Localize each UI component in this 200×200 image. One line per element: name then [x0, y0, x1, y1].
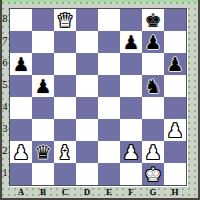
- file-label-a: A: [10, 187, 32, 198]
- square-d4[interactable]: [76, 97, 98, 119]
- square-h2[interactable]: [164, 141, 186, 163]
- file-label-f: F: [120, 187, 142, 198]
- rank-label-4: 4: [1, 96, 9, 118]
- rank-label-8: 8: [1, 8, 9, 30]
- square-a8[interactable]: [10, 9, 32, 31]
- square-g5[interactable]: ♞: [142, 75, 164, 97]
- square-h7[interactable]: [164, 31, 186, 53]
- square-a4[interactable]: [10, 97, 32, 119]
- square-b6[interactable]: [32, 53, 54, 75]
- square-e6[interactable]: [98, 53, 120, 75]
- square-e5[interactable]: [98, 75, 120, 97]
- square-a2[interactable]: ♟: [10, 141, 32, 163]
- square-e8[interactable]: [98, 9, 120, 31]
- black-knight-g5: ♞: [144, 75, 161, 97]
- square-d3[interactable]: [76, 119, 98, 141]
- square-g4[interactable]: [142, 97, 164, 119]
- square-g2[interactable]: ♟: [142, 141, 164, 163]
- square-b8[interactable]: [32, 9, 54, 31]
- square-d5[interactable]: [76, 75, 98, 97]
- file-label-e: E: [98, 187, 120, 198]
- square-e7[interactable]: [98, 31, 120, 53]
- square-a7[interactable]: [10, 31, 32, 53]
- square-h8[interactable]: [164, 9, 186, 31]
- square-g7[interactable]: ♟: [142, 31, 164, 53]
- square-h1[interactable]: [164, 163, 186, 185]
- rank-label-3: 3: [1, 118, 9, 140]
- square-f3[interactable]: [120, 119, 142, 141]
- square-f5[interactable]: [120, 75, 142, 97]
- square-c4[interactable]: [54, 97, 76, 119]
- rank-label-2: 2: [1, 140, 9, 162]
- black-pawn-g7: ♟: [144, 31, 161, 53]
- file-label-c: C: [54, 187, 76, 198]
- square-g1[interactable]: ♚: [142, 163, 164, 185]
- white-bishop-c2: ♝: [56, 141, 73, 163]
- rank-label-6: 6: [1, 52, 9, 74]
- square-d7[interactable]: [76, 31, 98, 53]
- square-f2[interactable]: ♟: [120, 141, 142, 163]
- file-label-d: D: [76, 187, 98, 198]
- white-pawn-f2: ♟: [122, 141, 139, 163]
- square-e2[interactable]: [98, 141, 120, 163]
- square-f6[interactable]: [120, 53, 142, 75]
- window-right-edge: [198, 0, 200, 200]
- square-c7[interactable]: [54, 31, 76, 53]
- black-pawn-h6: ♟: [166, 53, 183, 75]
- square-f1[interactable]: [120, 163, 142, 185]
- square-h3[interactable]: ♟: [164, 119, 186, 141]
- square-d6[interactable]: [76, 53, 98, 75]
- square-g6[interactable]: [142, 53, 164, 75]
- square-c8[interactable]: ♛: [54, 9, 76, 31]
- square-g3[interactable]: [142, 119, 164, 141]
- square-d1[interactable]: [76, 163, 98, 185]
- black-pawn-b5: ♟: [34, 75, 51, 97]
- square-h6[interactable]: ♟: [164, 53, 186, 75]
- square-e4[interactable]: [98, 97, 120, 119]
- square-d8[interactable]: [76, 9, 98, 31]
- board: ♛♚♟♟♟♟♟♞♟♟♛♝♟♟♚: [9, 8, 187, 186]
- square-b7[interactable]: [32, 31, 54, 53]
- square-c5[interactable]: [54, 75, 76, 97]
- square-c2[interactable]: ♝: [54, 141, 76, 163]
- square-g8[interactable]: ♚: [142, 9, 164, 31]
- window-bottom-edge: [0, 198, 200, 200]
- rank-label-1: 1: [1, 162, 9, 184]
- square-f4[interactable]: [120, 97, 142, 119]
- black-king-g8: ♚: [144, 9, 161, 31]
- square-f7[interactable]: ♟: [120, 31, 142, 53]
- square-b4[interactable]: [32, 97, 54, 119]
- square-c3[interactable]: [54, 119, 76, 141]
- square-h4[interactable]: [164, 97, 186, 119]
- white-pawn-h3: ♟: [166, 119, 183, 141]
- white-queen-c8: ♛: [56, 9, 73, 31]
- black-pawn-f7: ♟: [122, 31, 139, 53]
- file-label-b: B: [32, 187, 54, 198]
- square-e3[interactable]: [98, 119, 120, 141]
- file-label-g: G: [142, 187, 164, 198]
- square-b1[interactable]: [32, 163, 54, 185]
- square-h5[interactable]: [164, 75, 186, 97]
- square-b2[interactable]: ♛: [32, 141, 54, 163]
- rank-label-7: 7: [1, 30, 9, 52]
- square-c1[interactable]: [54, 163, 76, 185]
- rank-label-5: 5: [1, 74, 9, 96]
- square-d2[interactable]: [76, 141, 98, 163]
- black-pawn-a6: ♟: [12, 53, 29, 75]
- square-a6[interactable]: ♟: [10, 53, 32, 75]
- square-b5[interactable]: ♟: [32, 75, 54, 97]
- white-king-g1: ♚: [144, 163, 161, 185]
- file-label-h: H: [164, 187, 186, 198]
- white-pawn-g2: ♟: [144, 141, 161, 163]
- square-f8[interactable]: [120, 9, 142, 31]
- black-queen-b2: ♛: [34, 141, 51, 163]
- white-pawn-a2: ♟: [12, 141, 29, 163]
- square-c6[interactable]: [54, 53, 76, 75]
- square-a3[interactable]: [10, 119, 32, 141]
- square-a5[interactable]: [10, 75, 32, 97]
- square-a1[interactable]: [10, 163, 32, 185]
- square-b3[interactable]: [32, 119, 54, 141]
- chess-app-window: 87654321 ♛♚♟♟♟♟♟♞♟♟♛♝♟♟♚ ABCDEFGH: [0, 0, 200, 200]
- square-e1[interactable]: [98, 163, 120, 185]
- window-top-edge: [0, 0, 200, 2]
